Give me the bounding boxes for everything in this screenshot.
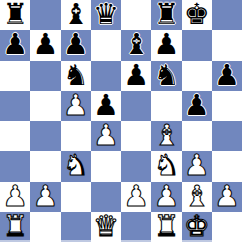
- square-f1[interactable]: ♜: [151, 212, 181, 242]
- square-b2[interactable]: ♟: [30, 182, 60, 212]
- square-b7[interactable]: ♟: [30, 30, 60, 60]
- square-d2[interactable]: [91, 182, 121, 212]
- square-d5[interactable]: ♟: [91, 91, 121, 121]
- piece-white-pawn-c5[interactable]: ♟: [63, 91, 89, 120]
- square-f5[interactable]: [151, 91, 181, 121]
- square-g2[interactable]: ♝: [182, 182, 212, 212]
- square-c2[interactable]: [61, 182, 91, 212]
- square-d1[interactable]: ♛: [91, 212, 121, 242]
- square-a2[interactable]: ♟: [0, 182, 30, 212]
- piece-white-pawn-e2[interactable]: ♟: [123, 182, 149, 211]
- piece-black-bishop-e7[interactable]: ♝: [123, 30, 149, 59]
- square-e8[interactable]: [121, 0, 151, 30]
- square-b5[interactable]: [30, 91, 60, 121]
- square-e6[interactable]: ♟: [121, 61, 151, 91]
- piece-black-king-g8[interactable]: ♚: [184, 0, 210, 29]
- piece-black-pawn-a7[interactable]: ♟: [2, 30, 28, 59]
- square-f2[interactable]: ♟: [151, 182, 181, 212]
- piece-white-pawn-g3[interactable]: ♟: [184, 151, 210, 180]
- square-b8[interactable]: [30, 0, 60, 30]
- square-g3[interactable]: ♟: [182, 151, 212, 181]
- piece-white-pawn-f2[interactable]: ♟: [153, 182, 179, 211]
- square-g8[interactable]: ♚: [182, 0, 212, 30]
- square-f6[interactable]: ♞: [151, 61, 181, 91]
- square-c5[interactable]: ♟: [61, 91, 91, 121]
- piece-black-bishop-c8[interactable]: ♝: [63, 0, 89, 29]
- square-c3[interactable]: ♞: [61, 151, 91, 181]
- square-d7[interactable]: [91, 30, 121, 60]
- square-c8[interactable]: ♝: [61, 0, 91, 30]
- piece-black-pawn-c7[interactable]: ♟: [63, 30, 89, 59]
- square-h4[interactable]: [212, 121, 242, 151]
- piece-black-queen-d8[interactable]: ♛: [93, 0, 119, 29]
- square-b1[interactable]: [30, 212, 60, 242]
- square-d8[interactable]: ♛: [91, 0, 121, 30]
- square-h2[interactable]: ♟: [212, 182, 242, 212]
- piece-white-bishop-g2[interactable]: ♝: [184, 182, 210, 211]
- piece-white-queen-d1[interactable]: ♛: [93, 212, 119, 241]
- square-c4[interactable]: [61, 121, 91, 151]
- square-e2[interactable]: ♟: [121, 182, 151, 212]
- piece-white-knight-f3[interactable]: ♞: [153, 151, 179, 180]
- square-g5[interactable]: ♟: [182, 91, 212, 121]
- square-e4[interactable]: [121, 121, 151, 151]
- piece-black-pawn-f7[interactable]: ♟: [153, 30, 179, 59]
- square-h8[interactable]: [212, 0, 242, 30]
- square-a3[interactable]: [0, 151, 30, 181]
- piece-white-king-g1[interactable]: ♚: [184, 212, 210, 241]
- square-e5[interactable]: [121, 91, 151, 121]
- square-f3[interactable]: ♞: [151, 151, 181, 181]
- square-a6[interactable]: [0, 61, 30, 91]
- square-g6[interactable]: [182, 61, 212, 91]
- square-h6[interactable]: ♟: [212, 61, 242, 91]
- square-b6[interactable]: [30, 61, 60, 91]
- piece-white-knight-c3[interactable]: ♞: [63, 151, 89, 180]
- piece-black-knight-f6[interactable]: ♞: [153, 61, 179, 90]
- square-g4[interactable]: [182, 121, 212, 151]
- square-e7[interactable]: ♝: [121, 30, 151, 60]
- square-h5[interactable]: [212, 91, 242, 121]
- piece-black-pawn-g5[interactable]: ♟: [184, 91, 210, 120]
- piece-black-rook-f8[interactable]: ♜: [153, 0, 179, 29]
- chess-board: ♜♝♛♜♚♟♟♟♝♟♞♟♞♟♟♟♟♟♝♞♞♟♟♟♟♟♝♟♜♛♜♚: [0, 0, 242, 242]
- square-d6[interactable]: [91, 61, 121, 91]
- square-a4[interactable]: [0, 121, 30, 151]
- square-a8[interactable]: ♜: [0, 0, 30, 30]
- square-a7[interactable]: ♟: [0, 30, 30, 60]
- piece-white-rook-f1[interactable]: ♜: [153, 212, 179, 241]
- square-f4[interactable]: ♝: [151, 121, 181, 151]
- square-a5[interactable]: [0, 91, 30, 121]
- square-c1[interactable]: [61, 212, 91, 242]
- piece-black-pawn-h6[interactable]: ♟: [214, 61, 240, 90]
- square-f8[interactable]: ♜: [151, 0, 181, 30]
- square-h3[interactable]: [212, 151, 242, 181]
- square-f7[interactable]: ♟: [151, 30, 181, 60]
- piece-white-pawn-a2[interactable]: ♟: [2, 182, 28, 211]
- square-h7[interactable]: [212, 30, 242, 60]
- piece-white-rook-a1[interactable]: ♜: [2, 212, 28, 241]
- square-e3[interactable]: [121, 151, 151, 181]
- square-e1[interactable]: [121, 212, 151, 242]
- square-c6[interactable]: ♞: [61, 61, 91, 91]
- square-b4[interactable]: [30, 121, 60, 151]
- square-g7[interactable]: [182, 30, 212, 60]
- piece-white-pawn-b2[interactable]: ♟: [32, 182, 58, 211]
- piece-black-rook-a8[interactable]: ♜: [2, 0, 28, 29]
- piece-black-knight-c6[interactable]: ♞: [63, 61, 89, 90]
- piece-black-pawn-e6[interactable]: ♟: [123, 61, 149, 90]
- square-a1[interactable]: ♜: [0, 212, 30, 242]
- piece-white-pawn-d4[interactable]: ♟: [93, 121, 119, 150]
- square-d4[interactable]: ♟: [91, 121, 121, 151]
- piece-white-pawn-h2[interactable]: ♟: [214, 182, 240, 211]
- square-c7[interactable]: ♟: [61, 30, 91, 60]
- square-d3[interactable]: [91, 151, 121, 181]
- square-h1[interactable]: [212, 212, 242, 242]
- piece-white-bishop-f4[interactable]: ♝: [153, 121, 179, 150]
- square-g1[interactable]: ♚: [182, 212, 212, 242]
- piece-black-pawn-b7[interactable]: ♟: [32, 30, 58, 59]
- square-b3[interactable]: [30, 151, 60, 181]
- piece-black-pawn-d5[interactable]: ♟: [93, 91, 119, 120]
